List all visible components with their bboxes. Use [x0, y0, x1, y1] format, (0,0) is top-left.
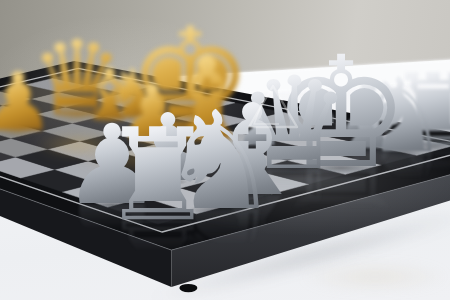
- watermark-logo: [0, 0, 450, 300]
- chess-photo-scene: ♛♞♝♚♟♟♝ ♟♟♟♜♜♝♝♞♞♚♚♛♛♟♝♝♟♟♞♞♜♜: [0, 0, 450, 300]
